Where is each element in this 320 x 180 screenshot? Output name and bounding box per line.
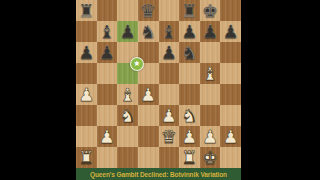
square-f1[interactable]: ♜ (179, 147, 200, 168)
square-d1[interactable] (138, 147, 159, 168)
white-rook[interactable]: ♜ (78, 149, 94, 167)
black-knight[interactable]: ♞ (181, 44, 197, 62)
black-queen[interactable]: ♛ (140, 2, 156, 20)
square-b3[interactable] (97, 105, 118, 126)
black-king[interactable]: ♚ (202, 2, 218, 20)
square-b6[interactable]: ♟ (97, 42, 118, 63)
square-d2[interactable] (138, 126, 159, 147)
square-g1[interactable]: ♚ (200, 147, 221, 168)
white-bishop[interactable]: ♝ (202, 65, 218, 83)
best-move-star-icon: ★ (130, 57, 144, 71)
black-pawn[interactable]: ♟ (99, 44, 115, 62)
black-pawn[interactable]: ♟ (202, 23, 218, 41)
square-h8[interactable] (220, 0, 241, 21)
square-e8[interactable] (159, 0, 180, 21)
black-rook[interactable]: ♜ (181, 2, 197, 20)
square-c8[interactable] (117, 0, 138, 21)
square-g7[interactable]: ♟ (200, 21, 221, 42)
opening-name-caption: Queen's Gambit Declined: Botvinnik Varia… (90, 171, 227, 178)
square-h2[interactable]: ♟ (220, 126, 241, 147)
black-pawn[interactable]: ♟ (119, 23, 135, 41)
square-e1[interactable] (159, 147, 180, 168)
right-letterbox (241, 0, 320, 180)
square-f5[interactable] (179, 63, 200, 84)
square-h3[interactable] (220, 105, 241, 126)
white-bishop[interactable]: ♝ (119, 86, 135, 104)
square-b4[interactable] (97, 84, 118, 105)
square-f4[interactable] (179, 84, 200, 105)
square-g5[interactable]: ♝ (200, 63, 221, 84)
square-a6[interactable]: ♟ (76, 42, 97, 63)
square-e7[interactable]: ♝ (159, 21, 180, 42)
white-king[interactable]: ♚ (202, 149, 218, 167)
left-letterbox (0, 0, 76, 180)
square-a4[interactable]: ♟ (76, 84, 97, 105)
square-b7[interactable]: ♝ (97, 21, 118, 42)
square-g2[interactable]: ♟ (200, 126, 221, 147)
square-a8[interactable]: ♜ (76, 0, 97, 21)
square-h1[interactable] (220, 147, 241, 168)
square-c5[interactable]: ★ (117, 63, 138, 84)
square-c4[interactable]: ♝ (117, 84, 138, 105)
square-f6[interactable]: ♞ (179, 42, 200, 63)
black-rook[interactable]: ♜ (78, 2, 94, 20)
white-rook[interactable]: ♜ (181, 149, 197, 167)
square-b8[interactable] (97, 0, 118, 21)
square-c7[interactable]: ♟ (117, 21, 138, 42)
black-bishop[interactable]: ♝ (99, 23, 115, 41)
white-pawn[interactable]: ♟ (202, 128, 218, 146)
black-pawn[interactable]: ♟ (78, 44, 94, 62)
square-f2[interactable]: ♟ (179, 126, 200, 147)
white-queen[interactable]: ♛ (161, 128, 177, 146)
black-pawn[interactable]: ♟ (161, 44, 177, 62)
square-e4[interactable] (159, 84, 180, 105)
square-e3[interactable]: ♟ (159, 105, 180, 126)
black-pawn[interactable]: ♟ (181, 23, 197, 41)
white-knight[interactable]: ♞ (119, 107, 135, 125)
black-pawn[interactable]: ♟ (223, 23, 239, 41)
square-a5[interactable] (76, 63, 97, 84)
chess-board: ♜♛♜♚♝♟♞♝♟♟♟♟♟♟♞★♝♟♝♟♞♟♞♟♛♟♟♟♜♜♚ (76, 0, 241, 168)
square-c2[interactable] (117, 126, 138, 147)
square-b1[interactable] (97, 147, 118, 168)
square-h5[interactable] (220, 63, 241, 84)
square-g4[interactable] (200, 84, 221, 105)
square-e2[interactable]: ♛ (159, 126, 180, 147)
square-g3[interactable] (200, 105, 221, 126)
square-g6[interactable] (200, 42, 221, 63)
white-pawn[interactable]: ♟ (223, 128, 239, 146)
black-knight[interactable]: ♞ (140, 23, 156, 41)
black-bishop[interactable]: ♝ (161, 23, 177, 41)
square-a2[interactable] (76, 126, 97, 147)
square-f3[interactable]: ♞ (179, 105, 200, 126)
square-e5[interactable] (159, 63, 180, 84)
square-a3[interactable] (76, 105, 97, 126)
square-b5[interactable] (97, 63, 118, 84)
square-f7[interactable]: ♟ (179, 21, 200, 42)
square-d4[interactable]: ♟ (138, 84, 159, 105)
white-pawn[interactable]: ♟ (140, 86, 156, 104)
square-h7[interactable]: ♟ (220, 21, 241, 42)
square-h4[interactable] (220, 84, 241, 105)
square-a7[interactable] (76, 21, 97, 42)
square-d7[interactable]: ♞ (138, 21, 159, 42)
square-e6[interactable]: ♟ (159, 42, 180, 63)
square-c3[interactable]: ♞ (117, 105, 138, 126)
star-glyph: ★ (133, 60, 140, 68)
square-a1[interactable]: ♜ (76, 147, 97, 168)
caption-bar: Queen's Gambit Declined: Botvinnik Varia… (76, 168, 241, 180)
white-knight[interactable]: ♞ (181, 107, 197, 125)
square-g8[interactable]: ♚ (200, 0, 221, 21)
white-pawn[interactable]: ♟ (181, 128, 197, 146)
square-d3[interactable] (138, 105, 159, 126)
square-f8[interactable]: ♜ (179, 0, 200, 21)
white-pawn[interactable]: ♟ (99, 128, 115, 146)
square-d8[interactable]: ♛ (138, 0, 159, 21)
square-b2[interactable]: ♟ (97, 126, 118, 147)
white-pawn[interactable]: ♟ (161, 107, 177, 125)
white-pawn[interactable]: ♟ (78, 86, 94, 104)
square-c1[interactable] (117, 147, 138, 168)
video-frame: ♜♛♜♚♝♟♞♝♟♟♟♟♟♟♞★♝♟♝♟♞♟♞♟♛♟♟♟♜♜♚ Queen's … (0, 0, 320, 180)
square-h6[interactable] (220, 42, 241, 63)
